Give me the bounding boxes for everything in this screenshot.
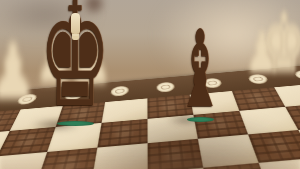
black-king-cream-finial [71, 13, 80, 34]
white-pawn-glyph: ♟ [0, 33, 37, 111]
coordinate-medallion [110, 85, 129, 96]
board-square[interactable] [148, 139, 204, 169]
chess-photo-scene: ♟ ♟ ♟ ♟ ♚ ♚ ♝ [0, 0, 300, 169]
white-king-glyph: ♚ [262, 3, 300, 85]
board-square[interactable] [0, 152, 47, 169]
board-square[interactable] [248, 130, 300, 163]
white-pawn-far-left[interactable]: ♟ [0, 33, 37, 111]
coordinate-medallion [157, 81, 175, 92]
board-square[interactable] [92, 143, 147, 169]
white-king-right[interactable]: ♚ [262, 3, 300, 85]
black-bishop[interactable]: ♝ [176, 17, 224, 123]
black-bishop-glyph: ♝ [176, 17, 224, 123]
